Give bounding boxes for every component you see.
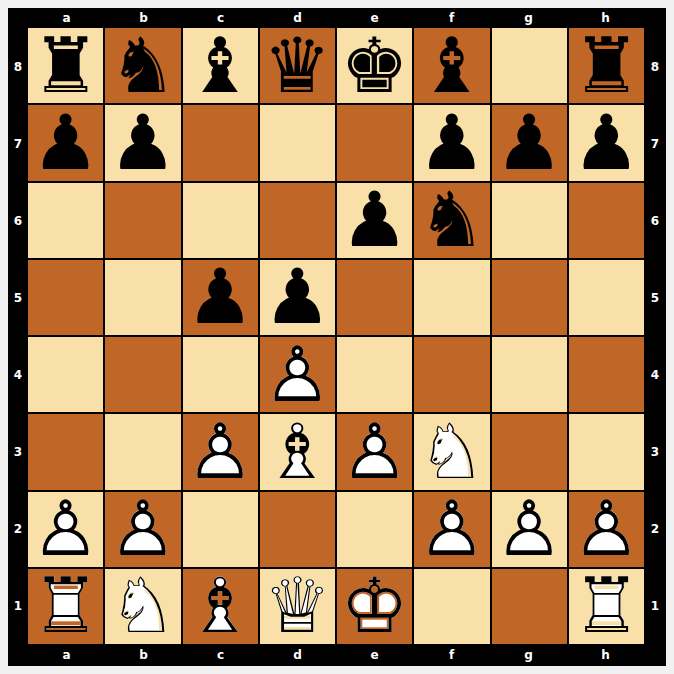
piece-black-bishop[interactable]: ♝: [183, 28, 258, 103]
chessboard-frame: abcdefgh 87654321 ♜♞♝♛♚♝♜♟♟♟♟♟♟♞♟♟♟♙♟♙♝♗…: [8, 8, 666, 666]
square-a8[interactable]: ♜: [28, 28, 103, 103]
square-h6[interactable]: [569, 183, 644, 258]
square-h5[interactable]: [569, 260, 644, 335]
piece-white-pawn[interactable]: ♟♙: [492, 492, 567, 567]
rank-label-8-left: 8: [8, 28, 28, 105]
piece-glyph-outline: ♗: [183, 569, 258, 644]
square-c2[interactable]: [183, 492, 258, 567]
piece-glyph-fill: ♟: [492, 105, 567, 180]
square-h3[interactable]: [569, 414, 644, 489]
square-c6[interactable]: [183, 183, 258, 258]
file-label-g-bottom: g: [490, 644, 567, 666]
rank-labels-left: 87654321: [8, 28, 28, 644]
square-d4[interactable]: ♟♙: [260, 337, 335, 412]
square-b1[interactable]: ♞♘: [105, 569, 180, 644]
square-h8[interactable]: ♜: [569, 28, 644, 103]
piece-glyph-outline: ♔: [337, 569, 412, 644]
square-b4[interactable]: [105, 337, 180, 412]
square-d6[interactable]: [260, 183, 335, 258]
piece-glyph-fill: ♟: [337, 183, 412, 258]
piece-glyph-fill: ♞: [105, 28, 180, 103]
piece-white-knight[interactable]: ♞♘: [414, 414, 489, 489]
square-c3[interactable]: ♟♙: [183, 414, 258, 489]
piece-black-knight[interactable]: ♞: [105, 28, 180, 103]
piece-black-knight[interactable]: ♞: [414, 183, 489, 258]
square-h2[interactable]: ♟♙: [569, 492, 644, 567]
piece-glyph-fill: ♞: [414, 183, 489, 258]
square-f6[interactable]: ♞: [414, 183, 489, 258]
square-a5[interactable]: [28, 260, 103, 335]
piece-glyph-outline: ♘: [414, 414, 489, 489]
rank-label-6-left: 6: [8, 182, 28, 259]
square-d1[interactable]: ♛♕: [260, 569, 335, 644]
piece-white-rook[interactable]: ♜♖: [28, 569, 103, 644]
square-a3[interactable]: [28, 414, 103, 489]
file-label-f-bottom: f: [413, 644, 490, 666]
rank-label-8-right: 8: [644, 28, 666, 105]
piece-glyph-outline: ♖: [569, 569, 644, 644]
piece-glyph-fill: ♟: [414, 105, 489, 180]
rank-label-5-right: 5: [644, 259, 666, 336]
piece-glyph-outline: ♙: [183, 414, 258, 489]
piece-black-king[interactable]: ♚: [337, 28, 412, 103]
square-c1[interactable]: ♝♗: [183, 569, 258, 644]
piece-glyph-outline: ♘: [105, 569, 180, 644]
square-g7[interactable]: ♟: [492, 105, 567, 180]
piece-glyph-fill: ♝: [183, 28, 258, 103]
square-b8[interactable]: ♞: [105, 28, 180, 103]
square-c8[interactable]: ♝: [183, 28, 258, 103]
rank-label-4-left: 4: [8, 336, 28, 413]
piece-white-bishop[interactable]: ♝♗: [260, 414, 335, 489]
rank-label-2-right: 2: [644, 490, 666, 567]
square-b7[interactable]: ♟: [105, 105, 180, 180]
piece-white-knight[interactable]: ♞♘: [105, 569, 180, 644]
square-f3[interactable]: ♞♘: [414, 414, 489, 489]
square-d5[interactable]: ♟: [260, 260, 335, 335]
square-g8[interactable]: [492, 28, 567, 103]
piece-black-pawn[interactable]: ♟: [183, 260, 258, 335]
piece-white-pawn[interactable]: ♟♙: [414, 492, 489, 567]
piece-glyph-fill: ♟: [569, 105, 644, 180]
chessboard: ♜♞♝♛♚♝♜♟♟♟♟♟♟♞♟♟♟♙♟♙♝♗♟♙♞♘♟♙♟♙♟♙♟♙♟♙♜♖♞♘…: [28, 28, 644, 644]
file-label-g-top: g: [490, 8, 567, 28]
piece-glyph-outline: ♙: [260, 337, 335, 412]
piece-white-pawn[interactable]: ♟♙: [183, 414, 258, 489]
square-g5[interactable]: [492, 260, 567, 335]
square-b6[interactable]: [105, 183, 180, 258]
piece-white-pawn[interactable]: ♟♙: [105, 492, 180, 567]
piece-black-queen[interactable]: ♛: [260, 28, 335, 103]
piece-black-pawn[interactable]: ♟: [105, 105, 180, 180]
square-f1[interactable]: [414, 569, 489, 644]
square-f5[interactable]: [414, 260, 489, 335]
piece-black-pawn[interactable]: ♟: [569, 105, 644, 180]
rank-label-7-left: 7: [8, 105, 28, 182]
piece-glyph-outline: ♙: [337, 414, 412, 489]
square-a2[interactable]: ♟♙: [28, 492, 103, 567]
piece-white-pawn[interactable]: ♟♙: [260, 337, 335, 412]
square-a4[interactable]: [28, 337, 103, 412]
rank-label-5-left: 5: [8, 259, 28, 336]
square-f7[interactable]: ♟: [414, 105, 489, 180]
square-g4[interactable]: [492, 337, 567, 412]
rank-label-1-right: 1: [644, 567, 666, 644]
square-b3[interactable]: [105, 414, 180, 489]
square-d2[interactable]: [260, 492, 335, 567]
piece-glyph-fill: ♝: [414, 28, 489, 103]
square-g6[interactable]: [492, 183, 567, 258]
piece-white-rook[interactable]: ♜♖: [569, 569, 644, 644]
piece-white-king[interactable]: ♚♔: [337, 569, 412, 644]
square-c5[interactable]: ♟: [183, 260, 258, 335]
piece-glyph-fill: ♟: [105, 105, 180, 180]
square-f2[interactable]: ♟♙: [414, 492, 489, 567]
piece-white-pawn[interactable]: ♟♙: [569, 492, 644, 567]
piece-glyph-fill: ♜: [28, 28, 103, 103]
piece-white-bishop[interactable]: ♝♗: [183, 569, 258, 644]
piece-glyph-fill: ♟: [28, 105, 103, 180]
rank-label-6-right: 6: [644, 182, 666, 259]
piece-glyph-outline: ♖: [28, 569, 103, 644]
square-e3[interactable]: ♟♙: [337, 414, 412, 489]
piece-glyph-fill: ♟: [260, 260, 335, 335]
piece-glyph-fill: ♜: [569, 28, 644, 103]
square-e4[interactable]: [337, 337, 412, 412]
rank-label-1-left: 1: [8, 567, 28, 644]
square-g3[interactable]: [492, 414, 567, 489]
piece-glyph-outline: ♙: [414, 492, 489, 567]
rank-label-3-left: 3: [8, 413, 28, 490]
piece-glyph-fill: ♟: [183, 260, 258, 335]
square-e1[interactable]: ♚♔: [337, 569, 412, 644]
square-a1[interactable]: ♜♖: [28, 569, 103, 644]
square-f4[interactable]: [414, 337, 489, 412]
piece-white-pawn[interactable]: ♟♙: [28, 492, 103, 567]
piece-black-rook[interactable]: ♜: [28, 28, 103, 103]
square-h4[interactable]: [569, 337, 644, 412]
piece-glyph-outline: ♙: [105, 492, 180, 567]
rank-label-4-right: 4: [644, 336, 666, 413]
square-h1[interactable]: ♜♖: [569, 569, 644, 644]
piece-black-pawn[interactable]: ♟: [414, 105, 489, 180]
piece-glyph-outline: ♙: [28, 492, 103, 567]
square-e6[interactable]: ♟: [337, 183, 412, 258]
square-d7[interactable]: [260, 105, 335, 180]
square-f8[interactable]: ♝: [414, 28, 489, 103]
piece-glyph-outline: ♕: [260, 569, 335, 644]
piece-black-pawn[interactable]: ♟: [260, 260, 335, 335]
square-e7[interactable]: [337, 105, 412, 180]
piece-glyph-outline: ♗: [260, 414, 335, 489]
square-b2[interactable]: ♟♙: [105, 492, 180, 567]
piece-black-pawn[interactable]: ♟: [28, 105, 103, 180]
square-e8[interactable]: ♚: [337, 28, 412, 103]
piece-glyph-fill: ♚: [337, 28, 412, 103]
square-h7[interactable]: ♟: [569, 105, 644, 180]
square-c7[interactable]: [183, 105, 258, 180]
rank-labels-right: 87654321: [644, 28, 666, 644]
square-e2[interactable]: [337, 492, 412, 567]
piece-white-queen[interactable]: ♛♕: [260, 569, 335, 644]
square-g1[interactable]: [492, 569, 567, 644]
piece-black-bishop[interactable]: ♝: [414, 28, 489, 103]
rank-label-2-left: 2: [8, 490, 28, 567]
square-a7[interactable]: ♟: [28, 105, 103, 180]
square-a6[interactable]: [28, 183, 103, 258]
piece-black-pawn[interactable]: ♟: [337, 183, 412, 258]
piece-glyph-outline: ♙: [569, 492, 644, 567]
square-g2[interactable]: ♟♙: [492, 492, 567, 567]
piece-glyph-fill: ♛: [260, 28, 335, 103]
piece-glyph-outline: ♙: [492, 492, 567, 567]
square-d3[interactable]: ♝♗: [260, 414, 335, 489]
square-e5[interactable]: [337, 260, 412, 335]
rank-label-7-right: 7: [644, 105, 666, 182]
rank-label-3-right: 3: [644, 413, 666, 490]
square-c4[interactable]: [183, 337, 258, 412]
square-b5[interactable]: [105, 260, 180, 335]
piece-white-pawn[interactable]: ♟♙: [337, 414, 412, 489]
piece-black-pawn[interactable]: ♟: [492, 105, 567, 180]
piece-black-rook[interactable]: ♜: [569, 28, 644, 103]
square-d8[interactable]: ♛: [260, 28, 335, 103]
